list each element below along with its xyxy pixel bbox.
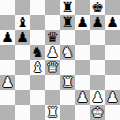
piece-black-pawn[interactable]: ♟ (16, 30, 29, 45)
square-b7[interactable]: ♝ (15, 15, 30, 30)
square-g4[interactable] (90, 60, 105, 75)
piece-black-pawn[interactable]: ♟ (106, 15, 119, 30)
square-e5[interactable]: ♞ (60, 45, 75, 60)
square-h8[interactable] (105, 0, 120, 15)
square-b4[interactable] (15, 60, 30, 75)
square-e7[interactable]: ♜ (60, 15, 75, 30)
square-e2[interactable] (60, 90, 75, 105)
square-d4[interactable]: ♛ (45, 60, 60, 75)
square-b6[interactable]: ♟ (15, 30, 30, 45)
square-h6[interactable] (105, 30, 120, 45)
square-h5[interactable] (105, 45, 120, 60)
piece-white-pawn[interactable]: ♟ (106, 90, 119, 105)
square-e6[interactable] (60, 30, 75, 45)
chess-board: ♜♚♝♜♟♟♟♟♟♛♞♟♞♝♛♟♜♟♟♟♜♚ (0, 0, 120, 120)
square-d3[interactable] (45, 75, 60, 90)
square-e8[interactable]: ♜ (60, 0, 75, 15)
square-f7[interactable]: ♟ (75, 15, 90, 30)
piece-white-pawn[interactable]: ♟ (46, 45, 59, 60)
piece-black-pawn[interactable]: ♟ (1, 30, 14, 45)
piece-white-pawn[interactable]: ♟ (91, 90, 104, 105)
square-b2[interactable] (15, 90, 30, 105)
square-h4[interactable] (105, 60, 120, 75)
piece-white-rook[interactable]: ♜ (61, 75, 74, 90)
square-c2[interactable] (30, 90, 45, 105)
square-c1[interactable] (30, 105, 45, 120)
square-a6[interactable]: ♟ (0, 30, 15, 45)
square-a8[interactable] (0, 0, 15, 15)
piece-black-pawn[interactable]: ♟ (91, 15, 104, 30)
piece-white-bishop[interactable]: ♝ (31, 60, 44, 75)
square-d7[interactable] (45, 15, 60, 30)
square-h3[interactable] (105, 75, 120, 90)
square-f4[interactable] (75, 60, 90, 75)
piece-white-pawn[interactable]: ♟ (1, 75, 14, 90)
square-c7[interactable] (30, 15, 45, 30)
square-d2[interactable] (45, 90, 60, 105)
square-g7[interactable]: ♟ (90, 15, 105, 30)
square-g3[interactable] (90, 75, 105, 90)
square-h1[interactable] (105, 105, 120, 120)
piece-white-rook[interactable]: ♜ (46, 105, 59, 120)
piece-white-queen[interactable]: ♛ (46, 60, 59, 75)
piece-black-king[interactable]: ♚ (91, 0, 104, 15)
piece-black-rook[interactable]: ♜ (61, 15, 74, 30)
square-a1[interactable] (0, 105, 15, 120)
square-a7[interactable] (0, 15, 15, 30)
square-g5[interactable] (90, 45, 105, 60)
square-h7[interactable]: ♟ (105, 15, 120, 30)
square-f5[interactable] (75, 45, 90, 60)
piece-black-knight[interactable]: ♞ (31, 45, 44, 60)
square-a5[interactable] (0, 45, 15, 60)
square-h2[interactable]: ♟ (105, 90, 120, 105)
square-a2[interactable] (0, 90, 15, 105)
square-e1[interactable] (60, 105, 75, 120)
square-a3[interactable]: ♟ (0, 75, 15, 90)
piece-white-king[interactable]: ♚ (91, 105, 104, 120)
square-a4[interactable] (0, 60, 15, 75)
square-g2[interactable]: ♟ (90, 90, 105, 105)
square-g6[interactable] (90, 30, 105, 45)
piece-black-bishop[interactable]: ♝ (16, 15, 29, 30)
square-c6[interactable] (30, 30, 45, 45)
square-c4[interactable]: ♝ (30, 60, 45, 75)
square-d5[interactable]: ♟ (45, 45, 60, 60)
square-b8[interactable] (15, 0, 30, 15)
square-f6[interactable] (75, 30, 90, 45)
square-e3[interactable]: ♜ (60, 75, 75, 90)
square-f3[interactable] (75, 75, 90, 90)
square-d6[interactable]: ♛ (45, 30, 60, 45)
piece-black-pawn[interactable]: ♟ (76, 15, 89, 30)
square-f8[interactable] (75, 0, 90, 15)
square-b1[interactable] (15, 105, 30, 120)
piece-white-knight[interactable]: ♞ (61, 45, 74, 60)
square-f2[interactable]: ♟ (75, 90, 90, 105)
square-d1[interactable]: ♜ (45, 105, 60, 120)
square-g1[interactable]: ♚ (90, 105, 105, 120)
square-g8[interactable]: ♚ (90, 0, 105, 15)
piece-black-rook[interactable]: ♜ (61, 0, 74, 15)
piece-black-queen[interactable]: ♛ (46, 30, 59, 45)
square-c3[interactable] (30, 75, 45, 90)
square-c8[interactable] (30, 0, 45, 15)
square-e4[interactable] (60, 60, 75, 75)
square-c5[interactable]: ♞ (30, 45, 45, 60)
square-d8[interactable] (45, 0, 60, 15)
square-b3[interactable] (15, 75, 30, 90)
piece-white-pawn[interactable]: ♟ (76, 90, 89, 105)
square-b5[interactable] (15, 45, 30, 60)
square-f1[interactable] (75, 105, 90, 120)
